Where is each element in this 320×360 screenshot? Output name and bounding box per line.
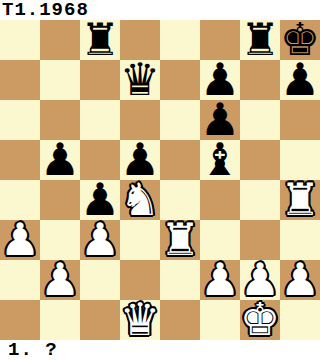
- square-e7[interactable]: [160, 60, 200, 100]
- square-h8[interactable]: ♚: [280, 20, 320, 60]
- square-f6[interactable]: ♟: [200, 100, 240, 140]
- square-h5[interactable]: [280, 140, 320, 180]
- square-h3[interactable]: [280, 220, 320, 260]
- square-g4[interactable]: [240, 180, 280, 220]
- square-b3[interactable]: [40, 220, 80, 260]
- square-g2[interactable]: ♟: [240, 260, 280, 300]
- square-d3[interactable]: [120, 220, 160, 260]
- square-g5[interactable]: [240, 140, 280, 180]
- square-h7[interactable]: ♟: [280, 60, 320, 100]
- white-knight: ♞: [120, 180, 160, 220]
- square-e8[interactable]: [160, 20, 200, 60]
- square-c6[interactable]: [80, 100, 120, 140]
- black-pawn: ♟: [120, 140, 160, 180]
- square-d5[interactable]: ♟: [120, 140, 160, 180]
- white-pawn: ♟: [80, 220, 120, 260]
- square-g8[interactable]: ♜: [240, 20, 280, 60]
- square-b8[interactable]: [40, 20, 80, 60]
- white-king: ♚: [240, 300, 280, 340]
- square-d1[interactable]: ♛: [120, 300, 160, 340]
- move-prompt: 1. ?: [0, 340, 320, 360]
- black-queen: ♛: [120, 60, 160, 100]
- square-a8[interactable]: [0, 20, 40, 60]
- square-c4[interactable]: ♟: [80, 180, 120, 220]
- chess-puzzle-window: T1.1968 ♜♜♚♛♟♟♟♟♟♝♟♞♜♟♟♜♟♟♟♟♛♚ 1. ?: [0, 0, 320, 360]
- chess-board: ♜♜♚♛♟♟♟♟♟♝♟♞♜♟♟♜♟♟♟♟♛♚: [0, 20, 320, 340]
- white-rook: ♜: [280, 180, 320, 220]
- square-c1[interactable]: [80, 300, 120, 340]
- square-h2[interactable]: ♟: [280, 260, 320, 300]
- white-pawn: ♟: [0, 220, 40, 260]
- square-d2[interactable]: [120, 260, 160, 300]
- square-f8[interactable]: [200, 20, 240, 60]
- square-b6[interactable]: [40, 100, 80, 140]
- square-f7[interactable]: ♟: [200, 60, 240, 100]
- black-rook: ♜: [80, 20, 120, 60]
- square-c8[interactable]: ♜: [80, 20, 120, 60]
- square-c2[interactable]: [80, 260, 120, 300]
- square-d6[interactable]: [120, 100, 160, 140]
- square-b2[interactable]: ♟: [40, 260, 80, 300]
- square-e3[interactable]: ♜: [160, 220, 200, 260]
- square-a3[interactable]: ♟: [0, 220, 40, 260]
- white-pawn: ♟: [240, 260, 280, 300]
- square-b4[interactable]: [40, 180, 80, 220]
- black-pawn: ♟: [280, 60, 320, 100]
- square-a1[interactable]: [0, 300, 40, 340]
- square-a4[interactable]: [0, 180, 40, 220]
- black-king: ♚: [280, 20, 320, 60]
- square-h4[interactable]: ♜: [280, 180, 320, 220]
- square-e1[interactable]: [160, 300, 200, 340]
- square-g6[interactable]: [240, 100, 280, 140]
- square-c7[interactable]: [80, 60, 120, 100]
- black-rook: ♜: [240, 20, 280, 60]
- square-e4[interactable]: [160, 180, 200, 220]
- square-a6[interactable]: [0, 100, 40, 140]
- white-rook: ♜: [160, 220, 200, 260]
- square-e6[interactable]: [160, 100, 200, 140]
- white-pawn: ♟: [200, 260, 240, 300]
- square-g3[interactable]: [240, 220, 280, 260]
- square-f4[interactable]: [200, 180, 240, 220]
- puzzle-title: T1.1968: [0, 0, 320, 20]
- square-h6[interactable]: [280, 100, 320, 140]
- black-pawn: ♟: [40, 140, 80, 180]
- white-pawn: ♟: [40, 260, 80, 300]
- square-h1[interactable]: [280, 300, 320, 340]
- square-b1[interactable]: [40, 300, 80, 340]
- black-pawn: ♟: [200, 100, 240, 140]
- square-a5[interactable]: [0, 140, 40, 180]
- white-pawn: ♟: [280, 260, 320, 300]
- square-b7[interactable]: [40, 60, 80, 100]
- white-queen: ♛: [120, 300, 160, 340]
- square-b5[interactable]: ♟: [40, 140, 80, 180]
- square-g1[interactable]: ♚: [240, 300, 280, 340]
- square-a2[interactable]: [0, 260, 40, 300]
- square-e2[interactable]: [160, 260, 200, 300]
- square-a7[interactable]: [0, 60, 40, 100]
- black-pawn: ♟: [80, 180, 120, 220]
- square-f5[interactable]: ♝: [200, 140, 240, 180]
- square-f2[interactable]: ♟: [200, 260, 240, 300]
- square-d7[interactable]: ♛: [120, 60, 160, 100]
- square-c3[interactable]: ♟: [80, 220, 120, 260]
- black-pawn: ♟: [200, 60, 240, 100]
- square-c5[interactable]: [80, 140, 120, 180]
- black-bishop: ♝: [200, 140, 240, 180]
- square-d4[interactable]: ♞: [120, 180, 160, 220]
- square-d8[interactable]: [120, 20, 160, 60]
- square-e5[interactable]: [160, 140, 200, 180]
- square-f3[interactable]: [200, 220, 240, 260]
- square-g7[interactable]: [240, 60, 280, 100]
- square-f1[interactable]: [200, 300, 240, 340]
